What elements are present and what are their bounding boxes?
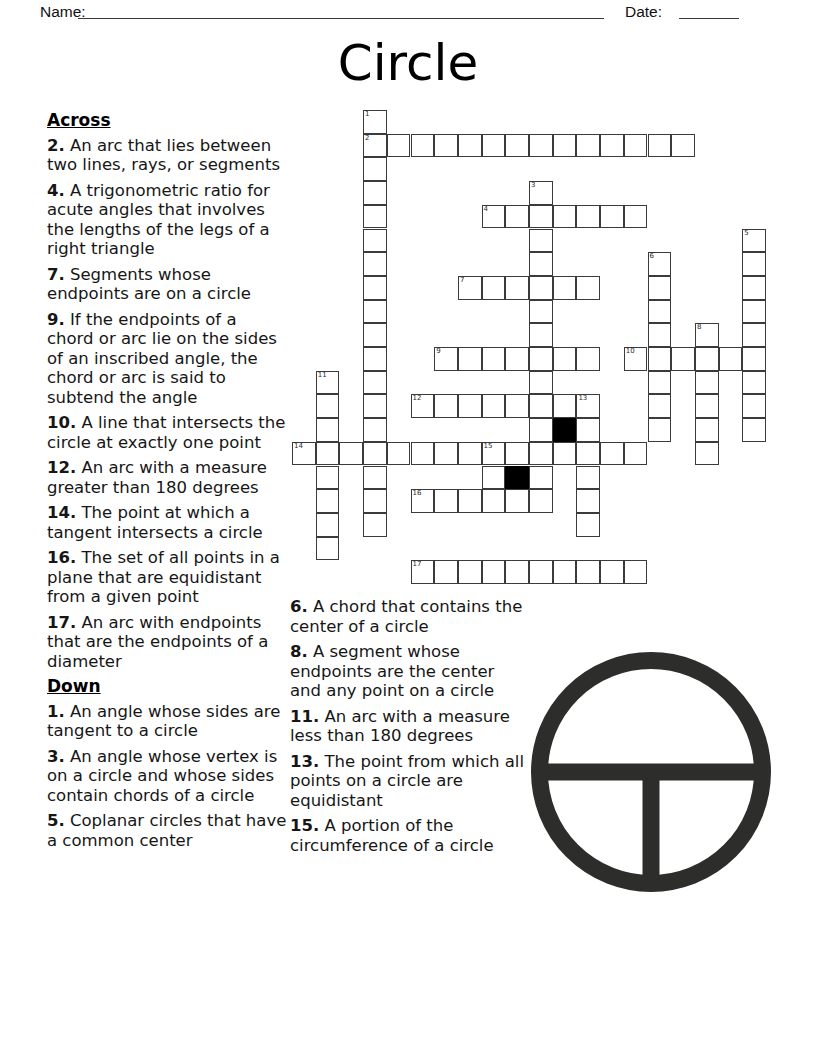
white-cell[interactable] <box>600 134 624 158</box>
white-cell[interactable] <box>411 134 435 158</box>
clue-across-7: 7. Segments whose endpoints are on a cir… <box>47 265 287 304</box>
cell-number-15: 15 <box>484 443 493 451</box>
clue-down-3: 3. An angle whose vertex is on a circle … <box>47 747 287 806</box>
white-cell[interactable] <box>624 560 648 584</box>
cell-number-4: 4 <box>484 206 488 214</box>
white-cell[interactable] <box>695 371 719 395</box>
white-cell[interactable] <box>600 560 624 584</box>
white-cell[interactable] <box>434 560 458 584</box>
white-cell[interactable] <box>576 347 600 371</box>
clue-down-1: 1. An angle whose sides are tangent to a… <box>47 702 287 741</box>
white-cell[interactable] <box>316 394 340 418</box>
white-cell[interactable] <box>363 205 387 229</box>
white-cell[interactable] <box>482 347 506 371</box>
cell-number-5: 5 <box>744 230 748 238</box>
white-cell[interactable] <box>387 134 411 158</box>
white-cell[interactable] <box>482 134 506 158</box>
white-cell[interactable] <box>529 205 553 229</box>
white-cell[interactable] <box>458 347 482 371</box>
white-cell[interactable] <box>316 513 340 537</box>
white-cell[interactable] <box>600 205 624 229</box>
white-cell[interactable] <box>624 442 648 466</box>
white-cell[interactable] <box>553 276 577 300</box>
white-cell[interactable] <box>458 442 482 466</box>
white-cell[interactable] <box>576 134 600 158</box>
white-cell[interactable] <box>505 442 529 466</box>
clue-down-8: 8. A segment whose endpoints are the cen… <box>290 642 524 701</box>
white-cell[interactable] <box>505 205 529 229</box>
white-cell[interactable] <box>624 205 648 229</box>
white-cell[interactable] <box>363 442 387 466</box>
white-cell[interactable] <box>505 394 529 418</box>
black-cell <box>505 466 529 490</box>
white-cell[interactable] <box>529 489 553 513</box>
clue-down-11: 11. An arc with a measure less than 180 … <box>290 707 524 746</box>
clue-across-16: 16. The set of all points in a plane tha… <box>47 548 287 607</box>
cell-number-9: 9 <box>436 348 440 356</box>
white-cell[interactable] <box>505 134 529 158</box>
clue-across-12: 12. An arc with a measure greater than 1… <box>47 458 287 497</box>
white-cell[interactable] <box>505 560 529 584</box>
white-cell[interactable] <box>742 276 766 300</box>
white-cell[interactable] <box>648 134 672 158</box>
cell-number-13: 13 <box>578 395 587 403</box>
white-cell[interactable] <box>529 229 553 253</box>
white-cell[interactable] <box>529 394 553 418</box>
white-cell[interactable] <box>553 442 577 466</box>
white-cell[interactable] <box>576 466 600 490</box>
white-cell[interactable] <box>482 466 506 490</box>
clue-across-9: 9. If the endpoints of a chord or arc li… <box>47 310 287 408</box>
clue-down-6: 6. A chord that contains the center of a… <box>290 597 524 636</box>
white-cell[interactable] <box>505 276 529 300</box>
white-cell[interactable] <box>742 347 766 371</box>
white-cell[interactable] <box>576 205 600 229</box>
clue-across-17: 17. An arc with endpoints that are the e… <box>47 613 287 672</box>
white-cell[interactable] <box>363 466 387 490</box>
white-cell[interactable] <box>742 418 766 442</box>
white-cell[interactable] <box>316 537 340 561</box>
white-cell[interactable] <box>529 252 553 276</box>
white-cell[interactable] <box>529 371 553 395</box>
white-cell[interactable] <box>742 323 766 347</box>
white-cell[interactable] <box>648 323 672 347</box>
white-cell[interactable] <box>648 418 672 442</box>
white-cell[interactable] <box>576 418 600 442</box>
name-blank-line[interactable] <box>78 18 604 19</box>
cell-number-17: 17 <box>413 561 422 569</box>
white-cell[interactable] <box>458 560 482 584</box>
white-cell[interactable] <box>316 489 340 513</box>
white-cell[interactable] <box>316 418 340 442</box>
white-cell[interactable] <box>529 560 553 584</box>
clue-across-14: 14. The point at which a tangent interse… <box>47 503 287 542</box>
white-cell[interactable] <box>529 466 553 490</box>
white-cell[interactable] <box>553 394 577 418</box>
down-heading: Down <box>47 677 287 697</box>
date-blank-line[interactable] <box>679 18 739 19</box>
white-cell[interactable] <box>742 252 766 276</box>
cell-number-1: 1 <box>365 111 369 119</box>
white-cell[interactable] <box>434 442 458 466</box>
cell-number-6: 6 <box>650 253 654 261</box>
white-cell[interactable] <box>671 134 695 158</box>
clue-across-10: 10. A line that intersects the circle at… <box>47 413 287 452</box>
white-cell[interactable] <box>316 442 340 466</box>
white-cell[interactable] <box>363 229 387 253</box>
white-cell[interactable] <box>363 489 387 513</box>
white-cell[interactable] <box>363 347 387 371</box>
white-cell[interactable] <box>671 347 695 371</box>
white-cell[interactable] <box>363 157 387 181</box>
cell-number-12: 12 <box>413 395 422 403</box>
clue-across-4: 4. A trigonometric ratio for acute angle… <box>47 181 287 259</box>
clue-across-2: 2. An arc that lies between two lines, r… <box>47 136 287 175</box>
cell-number-3: 3 <box>531 182 535 190</box>
white-cell[interactable] <box>529 418 553 442</box>
clue-down-13: 13. The point from which all points on a… <box>290 752 524 811</box>
white-cell[interactable] <box>529 134 553 158</box>
white-cell[interactable] <box>482 394 506 418</box>
cell-number-7: 7 <box>460 277 464 285</box>
white-cell[interactable] <box>742 300 766 324</box>
white-cell[interactable] <box>434 489 458 513</box>
white-cell[interactable] <box>648 276 672 300</box>
white-cell[interactable] <box>505 489 529 513</box>
white-cell[interactable] <box>600 442 624 466</box>
white-cell[interactable] <box>363 513 387 537</box>
white-cell[interactable] <box>529 323 553 347</box>
white-cell[interactable] <box>695 442 719 466</box>
white-cell[interactable] <box>434 394 458 418</box>
white-cell[interactable] <box>648 394 672 418</box>
white-cell[interactable] <box>553 134 577 158</box>
cell-number-16: 16 <box>413 490 422 498</box>
white-cell[interactable] <box>576 276 600 300</box>
clue-down-5: 5. Coplanar circles that have a common c… <box>47 811 287 850</box>
white-cell[interactable] <box>458 134 482 158</box>
white-cell[interactable] <box>411 442 435 466</box>
clues-middle-column: 6. A chord that contains the center of a… <box>290 597 524 861</box>
cell-number-14: 14 <box>294 443 303 451</box>
date-label: Date: <box>625 3 662 21</box>
white-cell[interactable] <box>742 371 766 395</box>
white-cell[interactable] <box>624 134 648 158</box>
white-cell[interactable] <box>695 418 719 442</box>
white-cell[interactable] <box>576 442 600 466</box>
white-cell[interactable] <box>363 252 387 276</box>
white-cell[interactable] <box>482 489 506 513</box>
white-cell[interactable] <box>458 489 482 513</box>
white-cell[interactable] <box>529 300 553 324</box>
white-cell[interactable] <box>339 442 363 466</box>
white-cell[interactable] <box>363 300 387 324</box>
white-cell[interactable] <box>576 560 600 584</box>
white-cell[interactable] <box>742 394 766 418</box>
down-clue-list-rest: 6. A chord that contains the center of a… <box>290 597 524 855</box>
white-cell[interactable] <box>434 134 458 158</box>
white-cell[interactable] <box>482 276 506 300</box>
clue-down-15: 15. A portion of the circumference of a … <box>290 816 524 855</box>
white-cell[interactable] <box>695 394 719 418</box>
clues-left-column: Across 2. An arc that lies between two l… <box>47 111 287 856</box>
across-heading: Across <box>47 111 287 131</box>
cell-number-11: 11 <box>318 372 327 380</box>
white-cell[interactable] <box>648 300 672 324</box>
page-title: Circle <box>0 37 816 90</box>
circle-figure <box>530 652 772 894</box>
cell-number-2: 2 <box>365 135 369 143</box>
cell-number-10: 10 <box>626 348 635 356</box>
white-cell[interactable] <box>529 347 553 371</box>
white-cell[interactable] <box>316 466 340 490</box>
white-cell[interactable] <box>363 323 387 347</box>
white-cell[interactable] <box>505 347 529 371</box>
white-cell[interactable] <box>482 560 506 584</box>
down-clue-list-first: 1. An angle whose sides are tangent to a… <box>47 702 287 851</box>
white-cell[interactable] <box>553 560 577 584</box>
white-cell[interactable] <box>648 371 672 395</box>
white-cell[interactable] <box>363 394 387 418</box>
white-cell[interactable] <box>576 489 600 513</box>
white-cell[interactable] <box>648 347 672 371</box>
white-cell[interactable] <box>719 347 743 371</box>
white-cell[interactable] <box>553 205 577 229</box>
across-clue-list: 2. An arc that lies between two lines, r… <box>47 136 287 672</box>
white-cell[interactable] <box>529 276 553 300</box>
white-cell[interactable] <box>363 181 387 205</box>
black-cell <box>553 418 577 442</box>
white-cell[interactable] <box>695 347 719 371</box>
white-cell[interactable] <box>458 394 482 418</box>
white-cell[interactable] <box>576 513 600 537</box>
white-cell[interactable] <box>363 418 387 442</box>
crossword-grid: 1234567891011121314151617 <box>292 110 767 585</box>
white-cell[interactable] <box>387 442 411 466</box>
cell-number-8: 8 <box>697 324 701 332</box>
white-cell[interactable] <box>363 371 387 395</box>
white-cell[interactable] <box>529 442 553 466</box>
circle-diagram-svg <box>530 652 772 894</box>
white-cell[interactable] <box>553 347 577 371</box>
white-cell[interactable] <box>363 276 387 300</box>
